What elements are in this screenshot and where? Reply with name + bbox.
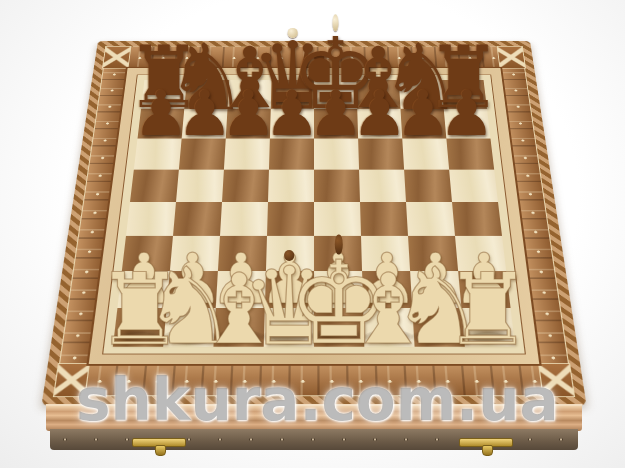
white-rook-h1[interactable]: ♜: [443, 259, 532, 358]
photo-scene: ♜♞♝♛♚♝♞♜♟♟♟♟♟♟♟♟♟♟♟♟♟♟♟♟♜♞♝♛♚♝♞♜ shkura.…: [0, 0, 625, 468]
king-finial-icon: [335, 235, 343, 254]
pieces-layer: ♜♞♝♛♚♝♞♜♟♟♟♟♟♟♟♟♟♟♟♟♟♟♟♟♜♞♝♛♚♝♞♜: [0, 0, 625, 468]
black-pawn-h7[interactable]: ♟: [439, 83, 495, 146]
king-finial-icon: [332, 15, 339, 32]
